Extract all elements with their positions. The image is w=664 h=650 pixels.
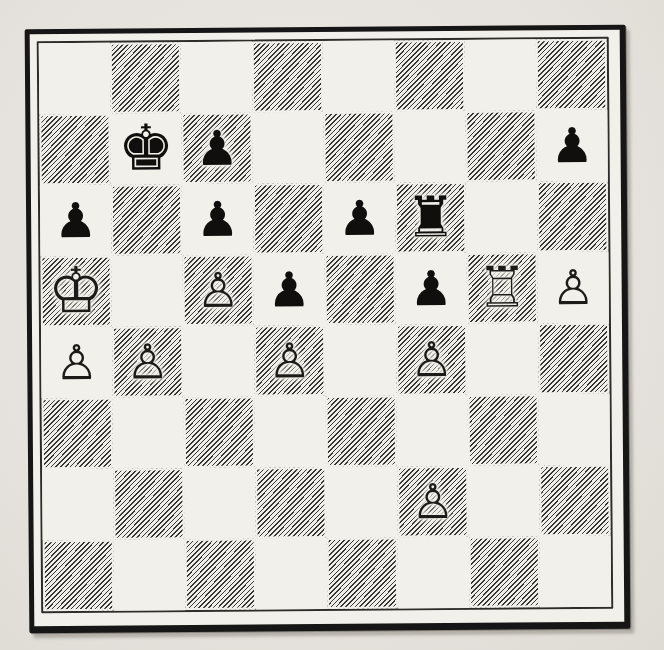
square-h8	[536, 39, 608, 111]
square-a2	[42, 469, 114, 541]
square-g6	[466, 181, 538, 253]
square-f3	[397, 395, 469, 467]
piece-white-pawn-h5: ♙	[551, 262, 594, 310]
piece-black-pawn-e6: ♟	[338, 193, 381, 241]
square-d3	[255, 396, 327, 468]
square-a4: ♙	[41, 327, 113, 399]
square-c3	[184, 397, 256, 469]
piece-black-pawn-c7: ♟	[195, 123, 238, 171]
square-e4	[325, 324, 397, 396]
piece-white-king-a5: ♔	[48, 259, 105, 322]
square-h7: ♟	[536, 110, 608, 182]
square-h1	[540, 536, 612, 608]
square-f5: ♟	[395, 253, 467, 325]
square-e6: ♟	[324, 182, 396, 254]
piece-white-rook-g5: ♖	[477, 259, 528, 315]
square-f2: ♙	[397, 466, 469, 538]
piece-white-pawn-d4: ♙	[268, 336, 311, 384]
square-h2	[539, 465, 611, 537]
piece-black-pawn-f5: ♟	[409, 264, 452, 312]
square-g5: ♖	[466, 252, 538, 324]
square-c5: ♙	[182, 255, 254, 327]
square-g8	[465, 39, 537, 111]
square-h6	[537, 181, 609, 253]
square-g7	[465, 110, 537, 182]
square-f7	[394, 111, 466, 183]
square-c7: ♟	[181, 113, 253, 185]
square-h5: ♙	[537, 252, 609, 324]
square-e5	[324, 253, 396, 325]
square-a8	[39, 43, 111, 115]
square-f6: ♜	[395, 182, 467, 254]
chessboard-frame: ♚♟♟♟♟♟♜♔♙♟♟♖♙♙♙♙♙♙	[25, 25, 631, 634]
square-b2	[113, 468, 185, 540]
piece-white-pawn-c5: ♙	[196, 265, 239, 313]
square-b8	[110, 42, 182, 114]
scanned-page: ♚♟♟♟♟♟♜♔♙♟♟♖♙♙♙♙♙♙	[0, 0, 664, 650]
square-a1	[43, 540, 115, 612]
square-h4	[538, 323, 610, 395]
square-b6	[111, 184, 183, 256]
square-f4: ♙	[396, 324, 468, 396]
square-e7	[323, 111, 395, 183]
square-a3	[42, 398, 114, 470]
square-h3	[539, 394, 611, 466]
square-b1	[114, 539, 186, 611]
square-e8	[323, 40, 395, 112]
square-c2	[184, 468, 256, 540]
square-c8	[181, 42, 253, 114]
square-c6: ♟	[182, 184, 254, 256]
piece-black-rook-f6: ♜	[405, 188, 456, 244]
square-g1	[469, 536, 541, 608]
square-b5	[111, 255, 183, 327]
square-d8	[252, 41, 324, 113]
chessboard: ♚♟♟♟♟♟♜♔♙♟♟♖♙♙♙♙♙♙	[39, 39, 611, 611]
square-a5: ♔	[40, 256, 112, 328]
piece-white-pawn-f4: ♙	[410, 335, 453, 383]
square-b3	[113, 397, 185, 469]
square-c1	[185, 539, 257, 611]
square-d1	[256, 538, 328, 610]
square-g4	[467, 323, 539, 395]
square-g2	[468, 465, 540, 537]
piece-white-pawn-b4: ♙	[126, 337, 169, 385]
square-d5: ♟	[253, 254, 325, 326]
square-d4: ♙	[254, 325, 326, 397]
piece-black-king-b7: ♚	[118, 116, 175, 179]
square-e1	[327, 537, 399, 609]
piece-white-pawn-a4: ♙	[55, 337, 98, 385]
square-e2	[326, 466, 398, 538]
square-d6	[253, 183, 325, 255]
square-c4	[183, 326, 255, 398]
square-b7: ♚	[110, 113, 182, 185]
square-f1	[398, 537, 470, 609]
chessboard-inner-border: ♚♟♟♟♟♟♜♔♙♟♟♖♙♙♙♙♙♙	[37, 37, 613, 613]
square-a7	[39, 114, 111, 186]
square-e3	[326, 395, 398, 467]
piece-black-pawn-c6: ♟	[196, 194, 239, 242]
square-b4: ♙	[112, 326, 184, 398]
square-d2	[255, 467, 327, 539]
square-a6: ♟	[40, 185, 112, 257]
piece-black-pawn-h7: ♟	[550, 120, 593, 168]
piece-white-pawn-f2: ♙	[411, 477, 454, 525]
piece-black-pawn-d5: ♟	[267, 265, 310, 313]
square-f8	[394, 40, 466, 112]
square-g3	[468, 394, 540, 466]
piece-black-pawn-a6: ♟	[54, 195, 97, 243]
square-d7	[252, 112, 324, 184]
